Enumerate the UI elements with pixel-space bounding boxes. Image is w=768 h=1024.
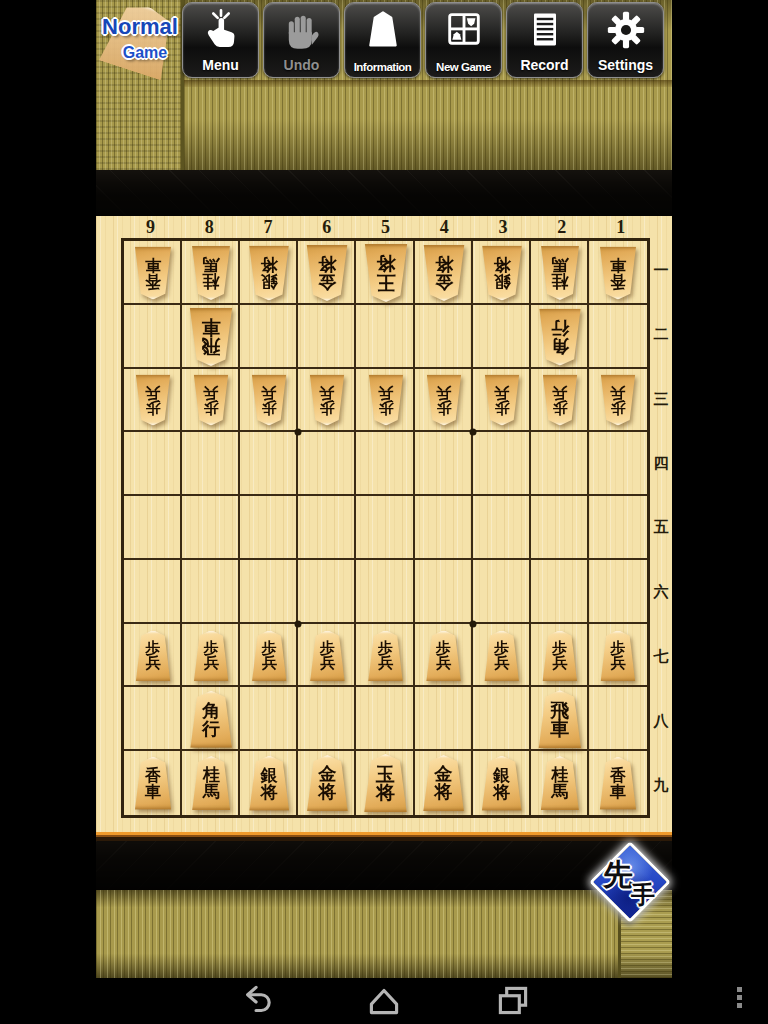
file-label: 5	[356, 216, 415, 238]
board-cell[interactable]	[356, 305, 414, 369]
board-cell[interactable]	[531, 496, 589, 560]
rank-label: 六	[650, 560, 672, 624]
piece-face: 角行	[188, 691, 235, 748]
board-cell[interactable]	[589, 305, 647, 369]
board-cell[interactable]	[240, 305, 298, 369]
file-label: 3	[474, 216, 533, 238]
shogi-piece-9一-lance[interactable]: 香車	[133, 246, 174, 299]
board-cell[interactable]	[473, 496, 531, 560]
menu-button-label: Menu	[183, 57, 258, 73]
home-button[interactable]	[363, 980, 405, 1022]
record-button-label: Record	[507, 57, 582, 73]
shogi-board: 987654321 香車桂馬銀将金将王将金将銀将桂馬香車飛車角行歩兵歩兵歩兵歩兵…	[96, 216, 672, 841]
piece-face: 玉将	[362, 754, 410, 812]
board-cell[interactable]	[473, 305, 531, 369]
board-cell[interactable]	[240, 687, 298, 751]
piece-face: 歩兵	[308, 630, 347, 681]
shogi-piece-2二-bishop[interactable]: 角行	[536, 308, 583, 365]
board-cell[interactable]	[240, 560, 298, 624]
piece-face: 歩兵	[424, 630, 463, 681]
board-cell[interactable]	[356, 496, 414, 560]
shogi-piece-8三-pawn[interactable]: 歩兵	[192, 375, 231, 426]
board-cell[interactable]	[415, 560, 473, 624]
shogi-piece-7一-silver[interactable]: 銀将	[247, 245, 292, 300]
undo-button[interactable]: Undo	[263, 2, 340, 78]
information-button[interactable]: Information	[344, 2, 421, 78]
piece-face: 歩兵	[482, 630, 521, 681]
shogi-piece-icon	[361, 6, 405, 54]
piece-face: 歩兵	[540, 630, 579, 681]
board-cell[interactable]	[182, 496, 240, 560]
board-cell[interactable]	[124, 560, 182, 624]
board-cell[interactable]	[415, 432, 473, 496]
shogi-piece-2一-knight[interactable]: 桂馬	[538, 246, 581, 300]
piece-face: 飛車	[536, 690, 584, 748]
board-cell[interactable]	[473, 687, 531, 751]
board-cell[interactable]	[124, 305, 182, 369]
shogi-piece-1九-lance[interactable]: 香車	[597, 757, 638, 810]
shogi-piece-4一-gold[interactable]: 金将	[421, 245, 467, 301]
turn-badge-char1: 先	[603, 855, 633, 896]
rank-label: 七	[650, 625, 672, 689]
shogi-piece-9三-pawn[interactable]: 歩兵	[134, 375, 173, 426]
rank-label: 九	[650, 754, 672, 818]
piece-face: 歩兵	[308, 375, 347, 426]
shogi-piece-3七-pawn[interactable]: 歩兵	[482, 630, 521, 681]
shogi-piece-1七-pawn[interactable]: 歩兵	[598, 630, 637, 681]
hoshi-dot	[295, 429, 302, 436]
shogi-piece-8二-rook[interactable]: 飛車	[187, 308, 235, 366]
board-cell[interactable]	[356, 560, 414, 624]
shogi-piece-3一-silver[interactable]: 銀将	[479, 245, 524, 300]
piece-face: 金将	[304, 245, 350, 301]
rank-label: 一	[650, 238, 672, 302]
board-cell[interactable]	[298, 305, 356, 369]
shogi-piece-5一-king[interactable]: 王将	[362, 244, 410, 302]
board-cell[interactable]	[240, 432, 298, 496]
rank-label: 八	[650, 689, 672, 753]
piece-face: 歩兵	[134, 630, 173, 681]
game-mode-line2: Game	[110, 44, 180, 62]
piece-face: 香車	[597, 246, 638, 299]
file-label: 9	[121, 216, 180, 238]
shogi-piece-5三-pawn[interactable]: 歩兵	[366, 375, 405, 426]
shogi-app: Normal Game Menu	[96, 0, 672, 978]
piece-face: 桂馬	[190, 756, 233, 810]
board-cell[interactable]	[298, 560, 356, 624]
piece-face: 銀将	[247, 245, 292, 300]
board-cell[interactable]	[298, 496, 356, 560]
file-label: 8	[180, 216, 239, 238]
hoshi-dot	[469, 429, 476, 436]
piece-face: 銀将	[247, 756, 292, 811]
hand-click-icon	[199, 6, 243, 54]
piece-face: 銀将	[479, 245, 524, 300]
file-label: 7	[239, 216, 298, 238]
piece-face: 銀将	[479, 756, 524, 811]
rank-label: 二	[650, 302, 672, 366]
piece-face: 王将	[362, 244, 410, 302]
board-cell[interactable]	[415, 687, 473, 751]
rank-labels: 一二三四五六七八九	[650, 238, 672, 818]
piece-face: 桂馬	[190, 246, 233, 300]
board-cell[interactable]	[531, 432, 589, 496]
piece-face: 歩兵	[250, 630, 289, 681]
board-cell[interactable]	[298, 687, 356, 751]
board-cell[interactable]	[473, 560, 531, 624]
board-cell[interactable]	[182, 560, 240, 624]
recents-button[interactable]	[492, 980, 534, 1022]
piece-face: 桂馬	[538, 246, 581, 300]
shogi-piece-8七-pawn[interactable]: 歩兵	[192, 630, 231, 681]
board-cell[interactable]	[589, 496, 647, 560]
file-label: 6	[297, 216, 356, 238]
shogi-piece-8八-bishop[interactable]: 角行	[188, 691, 235, 748]
game-mode-badge: Normal Game	[96, 0, 182, 84]
shogi-piece-2三-pawn[interactable]: 歩兵	[540, 375, 579, 426]
tatami-seam	[184, 80, 672, 87]
board-cell[interactable]	[182, 432, 240, 496]
shogi-piece-2八-rook[interactable]: 飛車	[536, 690, 584, 748]
new-game-button-label: New Game	[426, 61, 501, 73]
shogi-piece-7七-pawn[interactable]: 歩兵	[250, 630, 289, 681]
information-button-label: Information	[345, 61, 420, 73]
hoshi-dot	[295, 620, 302, 627]
gear-icon	[604, 6, 648, 54]
board-cell[interactable]	[415, 305, 473, 369]
piece-face: 歩兵	[192, 375, 231, 426]
piece-face: 飛車	[187, 308, 235, 366]
piece-face: 角行	[536, 308, 583, 365]
undo-button-label: Undo	[264, 57, 339, 73]
shogi-piece-1三-pawn[interactable]: 歩兵	[598, 375, 637, 426]
piece-face: 歩兵	[192, 630, 231, 681]
turn-indicator-badge: 先 手	[593, 843, 663, 919]
board-panes-icon	[442, 6, 486, 54]
screenshot-root: Normal Game Menu	[0, 0, 768, 1024]
piece-face: 歩兵	[250, 375, 289, 426]
shogi-piece-1一-lance[interactable]: 香車	[597, 246, 638, 299]
shogi-piece-9七-pawn[interactable]: 歩兵	[134, 630, 173, 681]
shogi-piece-7九-silver[interactable]: 銀将	[247, 756, 292, 811]
document-icon	[523, 6, 567, 54]
tatami-background-bottom	[96, 890, 672, 978]
file-label: 4	[415, 216, 474, 238]
board-bottom-edge	[96, 832, 672, 841]
board-cell[interactable]	[124, 687, 182, 751]
settings-button[interactable]: Settings	[587, 2, 664, 78]
rank-label: 五	[650, 496, 672, 560]
piece-face: 歩兵	[366, 375, 405, 426]
shogi-piece-2九-knight[interactable]: 桂馬	[538, 756, 581, 810]
shogi-piece-shape	[96, 0, 185, 82]
board-cell[interactable]	[124, 432, 182, 496]
shogi-piece-5九-king[interactable]: 玉将	[362, 754, 410, 812]
piece-face: 香車	[597, 757, 638, 810]
overflow-dots-icon[interactable]	[737, 987, 743, 1008]
file-labels: 987654321	[121, 216, 650, 238]
piece-face: 金将	[421, 755, 467, 811]
shogi-piece-7三-pawn[interactable]: 歩兵	[250, 375, 289, 426]
decorative-band-top	[96, 170, 672, 216]
shogi-piece-6一-gold[interactable]: 金将	[304, 245, 350, 301]
shogi-piece-4三-pawn[interactable]: 歩兵	[424, 375, 463, 426]
record-button[interactable]: Record	[506, 2, 583, 78]
shogi-piece-3三-pawn[interactable]: 歩兵	[482, 375, 521, 426]
piece-face: 歩兵	[482, 375, 521, 426]
hoshi-dot	[469, 620, 476, 627]
board-cell[interactable]	[124, 496, 182, 560]
piece-face: 金将	[304, 755, 350, 811]
shogi-piece-8九-knight[interactable]: 桂馬	[190, 756, 233, 810]
piece-face: 歩兵	[134, 375, 173, 426]
android-navbar	[0, 978, 768, 1024]
board-cell[interactable]	[356, 687, 414, 751]
file-label: 1	[591, 216, 650, 238]
shogi-piece-5七-pawn[interactable]: 歩兵	[366, 630, 405, 681]
piece-face: 香車	[133, 246, 174, 299]
shogi-piece-6七-pawn[interactable]: 歩兵	[308, 630, 347, 681]
piece-face: 桂馬	[538, 756, 581, 810]
board-cell[interactable]	[356, 432, 414, 496]
board-cell[interactable]	[298, 432, 356, 496]
piece-face: 歩兵	[598, 375, 637, 426]
shogi-piece-3九-silver[interactable]: 銀将	[479, 756, 524, 811]
piece-face: 香車	[133, 757, 174, 810]
piece-face: 歩兵	[366, 630, 405, 681]
piece-face: 歩兵	[598, 630, 637, 681]
shogi-piece-8一-knight[interactable]: 桂馬	[190, 246, 233, 300]
board-cell[interactable]	[240, 496, 298, 560]
board-cell[interactable]	[473, 432, 531, 496]
shogi-piece-4七-pawn[interactable]: 歩兵	[424, 630, 463, 681]
board-cell[interactable]	[589, 560, 647, 624]
rank-label: 四	[650, 431, 672, 495]
shogi-piece-9九-lance[interactable]: 香車	[133, 757, 174, 810]
board-cell[interactable]	[589, 432, 647, 496]
shogi-piece-4九-gold[interactable]: 金将	[421, 755, 467, 811]
shogi-piece-6三-pawn[interactable]: 歩兵	[308, 375, 347, 426]
rank-label: 三	[650, 367, 672, 431]
piece-face: 金将	[421, 245, 467, 301]
turn-badge-char2: 手	[631, 879, 655, 911]
shogi-piece-6九-gold[interactable]: 金将	[304, 755, 350, 811]
new-game-button[interactable]: New Game	[425, 2, 502, 78]
menu-button[interactable]: Menu	[182, 2, 259, 78]
shogi-piece-2七-pawn[interactable]: 歩兵	[540, 630, 579, 681]
hand-stop-icon	[280, 6, 324, 54]
decorative-band-bottom	[96, 841, 672, 890]
piece-face: 歩兵	[540, 375, 579, 426]
piece-face: 歩兵	[424, 375, 463, 426]
board-grid: 香車桂馬銀将金将王将金将銀将桂馬香車飛車角行歩兵歩兵歩兵歩兵歩兵歩兵歩兵歩兵歩兵…	[121, 238, 650, 818]
board-cell[interactable]	[531, 560, 589, 624]
settings-button-label: Settings	[588, 57, 663, 73]
game-mode-line1: Normal	[97, 14, 183, 40]
file-label: 2	[532, 216, 591, 238]
board-cell[interactable]	[415, 496, 473, 560]
back-button[interactable]	[234, 980, 276, 1022]
board-cell[interactable]	[589, 687, 647, 751]
